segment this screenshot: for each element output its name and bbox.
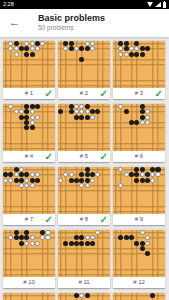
black-stone (69, 46, 74, 51)
black-stone (140, 109, 145, 114)
black-stone (140, 52, 145, 57)
white-stone (8, 46, 13, 51)
black-stone (145, 251, 150, 256)
solved-check-icon: ✓ (45, 88, 53, 99)
white-stone (14, 52, 19, 57)
black-stone (134, 120, 139, 125)
white-stone (35, 172, 40, 177)
white-stone (58, 178, 63, 183)
black-stone (85, 172, 90, 177)
white-stone (19, 167, 24, 172)
white-stone (30, 109, 35, 114)
white-stone (45, 235, 50, 240)
black-stone (90, 241, 95, 246)
white-stone (145, 120, 150, 125)
black-stone (124, 235, 129, 240)
white-stone (30, 120, 35, 125)
white-stone (150, 178, 155, 183)
black-stone (134, 172, 139, 177)
solved-check-icon: ✓ (155, 88, 163, 99)
black-stone (30, 52, 35, 57)
white-stone (140, 120, 145, 125)
white-stone (90, 235, 95, 240)
go-board-thumbnail (3, 230, 55, 277)
black-stone (118, 235, 123, 240)
white-stone (85, 41, 90, 46)
black-stone (124, 109, 129, 114)
white-stone (8, 235, 13, 240)
white-stone (74, 46, 79, 51)
white-stone (140, 230, 145, 235)
black-stone (24, 46, 29, 51)
go-board-thumbnail (3, 167, 55, 214)
white-stone (155, 172, 160, 177)
app-bar: ← Basic problems 50 problems (0, 9, 169, 37)
white-stone (30, 235, 35, 240)
problem-card[interactable]: # 5✓ (58, 104, 110, 162)
problem-card[interactable]: # 10 (3, 230, 55, 288)
white-stone (145, 109, 150, 114)
white-stone (63, 46, 68, 51)
solved-check-icon: ✓ (100, 151, 108, 162)
black-stone (134, 241, 139, 246)
go-board-thumbnail (58, 104, 110, 151)
problems-grid: # 1✓# 2✓# 3✓# 4✓# 5✓# 6# 7✓# 8✓# 9# 10# … (0, 37, 169, 300)
white-stone (90, 178, 95, 183)
white-stone (90, 46, 95, 51)
go-board-thumbnail (113, 167, 165, 214)
white-stone (14, 46, 19, 51)
black-stone (79, 46, 84, 51)
problem-card[interactable]: # 4✓ (3, 104, 55, 162)
clock: 2:28 (3, 0, 14, 9)
white-stone (19, 109, 24, 114)
problem-number-label: # 11 (58, 277, 110, 288)
go-board-thumbnail (58, 41, 110, 88)
battery-icon (163, 2, 166, 8)
black-stone (35, 104, 40, 109)
black-stone (140, 178, 145, 183)
black-stone (79, 115, 84, 120)
white-stone (8, 104, 13, 109)
black-stone (145, 46, 150, 51)
black-stone (85, 46, 90, 51)
black-stone (134, 178, 139, 183)
go-board-thumbnail (3, 104, 55, 151)
black-stone (129, 235, 134, 240)
white-stone (14, 172, 19, 177)
header-titles: Basic problems 50 problems (38, 13, 105, 32)
white-stone (79, 109, 84, 114)
white-stone (118, 46, 123, 51)
white-stone (24, 41, 29, 46)
problem-card[interactable]: # 7✓ (3, 167, 55, 225)
problem-card[interactable]: # 9 (113, 167, 165, 225)
problem-number-label: # 9 (113, 214, 165, 225)
white-stone (24, 178, 29, 183)
signal-icon (155, 2, 161, 7)
white-stone (63, 172, 68, 177)
white-stone (95, 172, 100, 177)
black-stone (30, 125, 35, 130)
black-stone (63, 241, 68, 246)
go-board-thumbnail (3, 41, 55, 88)
white-stone (85, 235, 90, 240)
white-stone (30, 46, 35, 51)
white-stone (118, 104, 123, 109)
black-stone (140, 46, 145, 51)
back-arrow-icon[interactable]: ← (9, 17, 20, 28)
black-stone (69, 109, 74, 114)
wifi-icon (147, 2, 153, 7)
black-stone (85, 115, 90, 120)
black-stone (134, 52, 139, 57)
black-stone (58, 109, 63, 114)
black-stone (79, 241, 84, 246)
white-stone (35, 241, 40, 246)
problem-card[interactable]: # 11 (58, 230, 110, 288)
white-stone (124, 172, 129, 177)
white-stone (134, 46, 139, 51)
white-stone (30, 183, 35, 188)
white-stone (35, 115, 40, 120)
page-title: Basic problems (38, 13, 105, 24)
problem-card[interactable]: # 1✓ (3, 41, 55, 99)
white-stone (124, 52, 129, 57)
page-subtitle: 50 problems (38, 24, 105, 32)
white-stone (90, 115, 95, 120)
solved-check-icon: ✓ (100, 88, 108, 99)
black-stone (79, 172, 84, 177)
go-board-thumbnail (58, 230, 110, 277)
solved-check-icon: ✓ (45, 214, 53, 225)
black-stone (24, 109, 29, 114)
go-board-thumbnail (113, 104, 165, 151)
problem-card[interactable]: # 12 (113, 230, 165, 288)
white-stone (69, 172, 74, 177)
white-stone (79, 293, 84, 298)
black-stone (79, 57, 84, 62)
status-icons (147, 2, 166, 8)
white-stone (24, 183, 29, 188)
problem-number-label: # 12 (113, 277, 165, 288)
white-stone (85, 183, 90, 188)
white-stone (30, 172, 35, 177)
problem-card[interactable]: # 3✓ (113, 41, 165, 99)
white-stone (85, 109, 90, 114)
white-stone (79, 183, 84, 188)
black-stone (150, 293, 155, 298)
black-stone (35, 178, 40, 183)
white-stone (118, 167, 123, 172)
white-stone (35, 46, 40, 51)
white-stone (8, 178, 13, 183)
problem-card[interactable]: # 13 (3, 293, 55, 300)
go-board-thumbnail (3, 293, 55, 300)
white-stone (140, 172, 145, 177)
black-stone (14, 235, 19, 240)
white-stone (145, 241, 150, 246)
status-bar: 2:28 (0, 0, 169, 9)
white-stone (118, 183, 123, 188)
problem-card[interactable]: # 6 (113, 104, 165, 162)
problem-number-label: # 6 (113, 151, 165, 162)
solved-check-icon: ✓ (100, 214, 108, 225)
black-stone (79, 235, 84, 240)
solved-check-icon: ✓ (45, 151, 53, 162)
problem-card[interactable]: # 8✓ (58, 167, 110, 225)
white-stone (118, 52, 123, 57)
black-stone (8, 172, 13, 177)
go-board-thumbnail (58, 167, 110, 214)
white-stone (30, 241, 35, 246)
black-stone (24, 125, 29, 130)
go-board-thumbnail (113, 230, 165, 277)
black-stone (95, 109, 100, 114)
white-stone (14, 109, 19, 114)
black-stone (24, 235, 29, 240)
black-stone (124, 46, 129, 51)
black-stone (85, 293, 90, 298)
white-stone (95, 230, 100, 235)
go-board-thumbnail (113, 293, 165, 300)
white-stone (24, 241, 29, 246)
go-board-thumbnail (113, 41, 165, 88)
black-stone (24, 52, 29, 57)
go-board-thumbnail (58, 293, 110, 300)
white-stone (40, 41, 45, 46)
problem-number-label: # 10 (3, 277, 55, 288)
problem-card[interactable]: # 15 (113, 293, 165, 300)
black-stone (79, 178, 84, 183)
problem-card[interactable]: # 2✓ (58, 41, 110, 99)
black-stone (24, 172, 29, 177)
black-stone (140, 246, 145, 251)
black-stone (85, 241, 90, 246)
black-stone (24, 115, 29, 120)
problem-card[interactable]: # 14 (58, 293, 110, 300)
white-stone (145, 235, 150, 240)
